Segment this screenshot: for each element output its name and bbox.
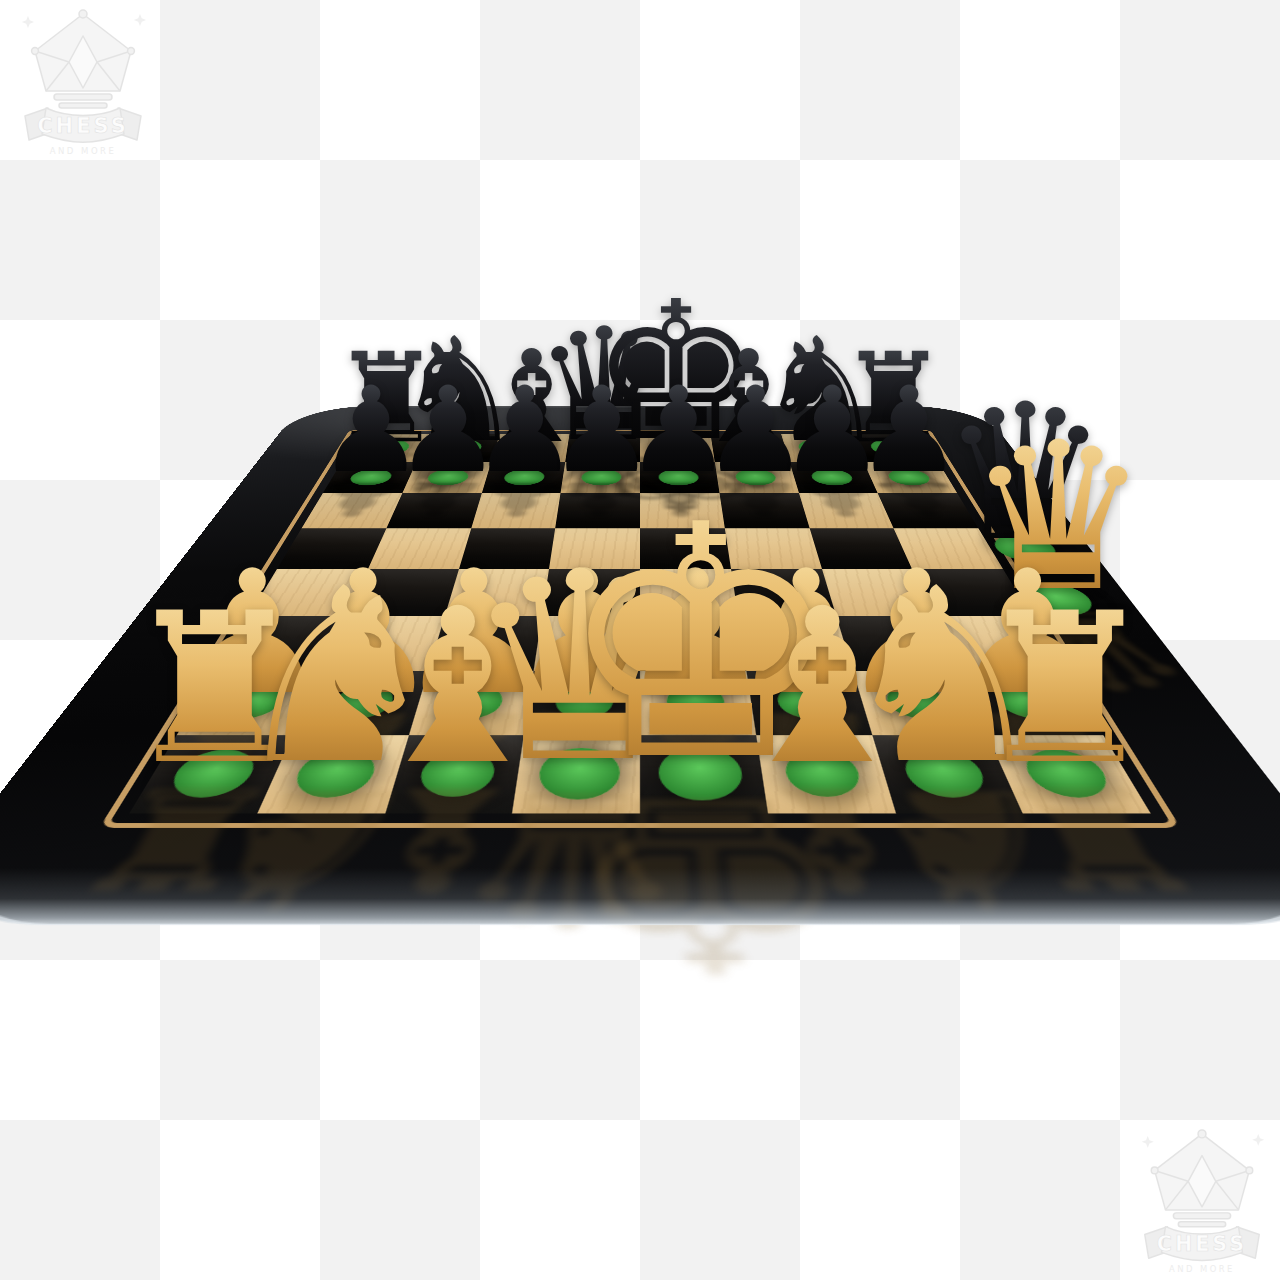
- felt-base-black: [581, 469, 622, 485]
- product-photo: CHESS AND MORE CHESS AND MORE: [0, 0, 1280, 1280]
- felt-base-white: [327, 685, 397, 719]
- felt-base-white: [666, 685, 726, 719]
- felt-base-white: [163, 749, 263, 797]
- board-scene: ♜♞♝♛♚♝♞♜♟♟♟♟♟♟♟♟♟♟♟♟♟♟♟♟♜♞♝♛♚♝♞♜♛♛ ♜♞♝♛♚…: [0, 0, 1280, 1280]
- felt-base-black: [433, 439, 484, 456]
- felt-base-white: [1017, 584, 1101, 616]
- felt-base-black: [726, 440, 773, 456]
- felt-base-black: [988, 535, 1064, 562]
- felt-base-white: [214, 685, 289, 719]
- felt-base-black: [346, 469, 394, 485]
- felt-base-black: [425, 469, 471, 485]
- felt-base-white: [899, 749, 992, 797]
- board-face: ♜♞♝♛♚♝♞♜♟♟♟♟♟♟♟♟♟♟♟♟♟♟♟♟♜♞♝♛♚♝♞♜♛♛: [0, 406, 1280, 923]
- felt-base-white: [415, 750, 498, 796]
- felt-base-white: [441, 685, 506, 719]
- felt-base-white: [883, 685, 953, 719]
- felt-base-black: [885, 469, 933, 485]
- felt-base-white: [536, 748, 620, 800]
- felt-base-black: [359, 439, 413, 456]
- board-reflections-layer: ♜♞♝♛♚♝♞♜♟♟♟♟♟♟♟♟♟♟♟♟♟♟♟♟♜♞♝♛♚♝♞♜♛♛: [0, 406, 1280, 923]
- felt-base-white: [991, 685, 1066, 719]
- felt-base-black: [810, 469, 856, 485]
- felt-base-white: [288, 749, 381, 797]
- felt-base-white: [554, 685, 614, 719]
- felt-base-black: [651, 438, 702, 457]
- felt-base-black: [503, 469, 546, 485]
- felt-base-black: [579, 439, 628, 457]
- felt-base-white: [774, 685, 839, 719]
- chess-board: ♜♞♝♛♚♝♞♜♟♟♟♟♟♟♟♟♟♟♟♟♟♟♟♟♜♞♝♛♚♝♞♜♛♛: [0, 406, 1280, 923]
- felt-base-white: [782, 750, 865, 796]
- felt-base-black: [796, 439, 847, 456]
- felt-base-white: [659, 747, 746, 800]
- felt-base-black: [734, 469, 777, 485]
- felt-base-black: [508, 440, 555, 456]
- board-front-bevel: [0, 868, 1280, 925]
- felt-base-black: [658, 469, 699, 485]
- felt-base-black: [867, 439, 921, 456]
- felt-base-white: [1017, 749, 1117, 797]
